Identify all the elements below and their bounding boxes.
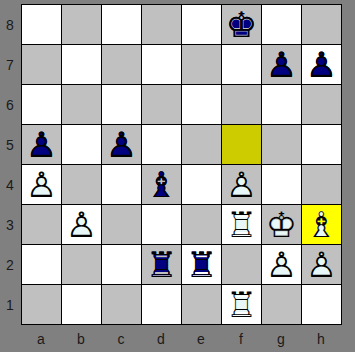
square-b4[interactable] bbox=[62, 165, 101, 204]
square-d5[interactable] bbox=[142, 125, 181, 164]
piece-white-pawn[interactable]: ♟♙ bbox=[302, 245, 341, 284]
square-b8[interactable] bbox=[62, 5, 101, 44]
square-f6[interactable] bbox=[222, 85, 261, 124]
square-d1[interactable] bbox=[142, 285, 181, 324]
square-c8[interactable] bbox=[102, 5, 141, 44]
file-label-d: d bbox=[141, 329, 181, 349]
piece-glyph-outline: ♙ bbox=[262, 245, 301, 284]
square-c3[interactable] bbox=[102, 205, 141, 244]
file-label-a: a bbox=[21, 329, 61, 349]
square-g4[interactable] bbox=[262, 165, 301, 204]
square-h8[interactable] bbox=[302, 5, 341, 44]
file-label-h: h bbox=[301, 329, 341, 349]
square-f2[interactable] bbox=[222, 245, 261, 284]
piece-black-bishop[interactable]: ♝♗ bbox=[142, 165, 181, 204]
square-b2[interactable] bbox=[62, 245, 101, 284]
piece-glyph-outline: ♙ bbox=[302, 45, 341, 84]
square-d3[interactable] bbox=[142, 205, 181, 244]
square-c4[interactable] bbox=[102, 165, 141, 204]
piece-glyph-outline: ♖ bbox=[222, 205, 261, 244]
piece-glyph-outline: ♖ bbox=[182, 245, 221, 284]
file-label-g: g bbox=[261, 329, 301, 349]
square-c2[interactable] bbox=[102, 245, 141, 284]
file-label-b: b bbox=[61, 329, 101, 349]
piece-glyph-outline: ♙ bbox=[62, 205, 101, 244]
rank-label-8: 8 bbox=[0, 5, 20, 45]
square-g3[interactable]: ♚♔ bbox=[262, 205, 301, 244]
square-f7[interactable] bbox=[222, 45, 261, 84]
piece-black-pawn[interactable]: ♟♙ bbox=[262, 45, 301, 84]
file-label-e: e bbox=[181, 329, 221, 349]
square-e8[interactable] bbox=[182, 5, 221, 44]
square-g5[interactable] bbox=[262, 125, 301, 164]
square-b1[interactable] bbox=[62, 285, 101, 324]
piece-glyph-outline: ♙ bbox=[222, 165, 261, 204]
rank-label-6: 6 bbox=[0, 85, 20, 125]
square-a2[interactable] bbox=[22, 245, 61, 284]
square-f8[interactable]: ♚♔ bbox=[222, 5, 261, 44]
square-d4[interactable]: ♝♗ bbox=[142, 165, 181, 204]
piece-black-pawn[interactable]: ♟♙ bbox=[302, 45, 341, 84]
piece-white-pawn[interactable]: ♟♙ bbox=[262, 245, 301, 284]
square-e7[interactable] bbox=[182, 45, 221, 84]
piece-glyph-outline: ♗ bbox=[302, 205, 341, 244]
square-e4[interactable] bbox=[182, 165, 221, 204]
square-h5[interactable] bbox=[302, 125, 341, 164]
square-c6[interactable] bbox=[102, 85, 141, 124]
square-g6[interactable] bbox=[262, 85, 301, 124]
square-g2[interactable]: ♟♙ bbox=[262, 245, 301, 284]
square-e2[interactable]: ♜♖ bbox=[182, 245, 221, 284]
square-f5[interactable] bbox=[222, 125, 261, 164]
square-e1[interactable] bbox=[182, 285, 221, 324]
piece-white-pawn[interactable]: ♟♙ bbox=[62, 205, 101, 244]
rank-label-1: 1 bbox=[0, 285, 20, 325]
piece-white-pawn[interactable]: ♟♙ bbox=[222, 165, 261, 204]
piece-glyph-outline: ♙ bbox=[22, 165, 61, 204]
square-h2[interactable]: ♟♙ bbox=[302, 245, 341, 284]
square-g7[interactable]: ♟♙ bbox=[262, 45, 301, 84]
square-a7[interactable] bbox=[22, 45, 61, 84]
rank-label-2: 2 bbox=[0, 245, 20, 285]
piece-glyph-outline: ♙ bbox=[302, 245, 341, 284]
square-d8[interactable] bbox=[142, 5, 181, 44]
rank-label-3: 3 bbox=[0, 205, 20, 245]
piece-black-king[interactable]: ♚♔ bbox=[222, 5, 261, 44]
piece-white-bishop[interactable]: ♝♗ bbox=[302, 205, 341, 244]
square-h7[interactable]: ♟♙ bbox=[302, 45, 341, 84]
square-d2[interactable]: ♜♖ bbox=[142, 245, 181, 284]
piece-black-pawn[interactable]: ♟♙ bbox=[22, 125, 61, 164]
file-label-f: f bbox=[221, 329, 261, 349]
piece-black-rook[interactable]: ♜♖ bbox=[182, 245, 221, 284]
square-f4[interactable]: ♟♙ bbox=[222, 165, 261, 204]
file-label-c: c bbox=[101, 329, 141, 349]
square-e5[interactable] bbox=[182, 125, 221, 164]
square-a5[interactable]: ♟♙ bbox=[22, 125, 61, 164]
piece-white-pawn[interactable]: ♟♙ bbox=[22, 165, 61, 204]
square-h1[interactable] bbox=[302, 285, 341, 324]
piece-white-rook[interactable]: ♜♖ bbox=[222, 205, 261, 244]
square-b5[interactable] bbox=[62, 125, 101, 164]
rank-label-5: 5 bbox=[0, 125, 20, 165]
piece-white-king[interactable]: ♚♔ bbox=[262, 205, 301, 244]
piece-glyph-outline: ♔ bbox=[222, 5, 261, 44]
square-c7[interactable] bbox=[102, 45, 141, 84]
square-b7[interactable] bbox=[62, 45, 101, 84]
square-a3[interactable] bbox=[22, 205, 61, 244]
square-d7[interactable] bbox=[142, 45, 181, 84]
piece-black-rook[interactable]: ♜♖ bbox=[142, 245, 181, 284]
square-a1[interactable] bbox=[22, 285, 61, 324]
piece-white-rook[interactable]: ♜♖ bbox=[222, 285, 261, 324]
square-h4[interactable] bbox=[302, 165, 341, 204]
square-a4[interactable]: ♟♙ bbox=[22, 165, 61, 204]
square-b3[interactable]: ♟♙ bbox=[62, 205, 101, 244]
square-g1[interactable] bbox=[262, 285, 301, 324]
square-e6[interactable] bbox=[182, 85, 221, 124]
square-d6[interactable] bbox=[142, 85, 181, 124]
square-e3[interactable] bbox=[182, 205, 221, 244]
chess-board-window: ♚♔♟♙♟♙♟♙♟♙♟♙♝♗♟♙♟♙♜♖♚♔♝♗♜♖♜♖♟♙♟♙♜♖ 87654… bbox=[0, 0, 355, 352]
square-a8[interactable] bbox=[22, 5, 61, 44]
rank-label-7: 7 bbox=[0, 45, 20, 85]
piece-black-pawn[interactable]: ♟♙ bbox=[102, 125, 141, 164]
square-f3[interactable]: ♜♖ bbox=[222, 205, 261, 244]
piece-glyph-outline: ♙ bbox=[102, 125, 141, 164]
piece-glyph-outline: ♙ bbox=[22, 125, 61, 164]
rank-label-4: 4 bbox=[0, 165, 20, 205]
piece-glyph-outline: ♔ bbox=[262, 205, 301, 244]
square-h3[interactable]: ♝♗ bbox=[302, 205, 341, 244]
square-f1[interactable]: ♜♖ bbox=[222, 285, 261, 324]
piece-glyph-outline: ♖ bbox=[222, 285, 261, 324]
piece-glyph-outline: ♖ bbox=[142, 245, 181, 284]
square-b6[interactable] bbox=[62, 85, 101, 124]
square-c1[interactable] bbox=[102, 285, 141, 324]
piece-glyph-outline: ♗ bbox=[142, 165, 181, 204]
square-c5[interactable]: ♟♙ bbox=[102, 125, 141, 164]
chess-board: ♚♔♟♙♟♙♟♙♟♙♟♙♝♗♟♙♟♙♜♖♚♔♝♗♜♖♜♖♟♙♟♙♜♖ bbox=[21, 4, 342, 325]
piece-glyph-outline: ♙ bbox=[262, 45, 301, 84]
square-a6[interactable] bbox=[22, 85, 61, 124]
square-h6[interactable] bbox=[302, 85, 341, 124]
square-g8[interactable] bbox=[262, 5, 301, 44]
